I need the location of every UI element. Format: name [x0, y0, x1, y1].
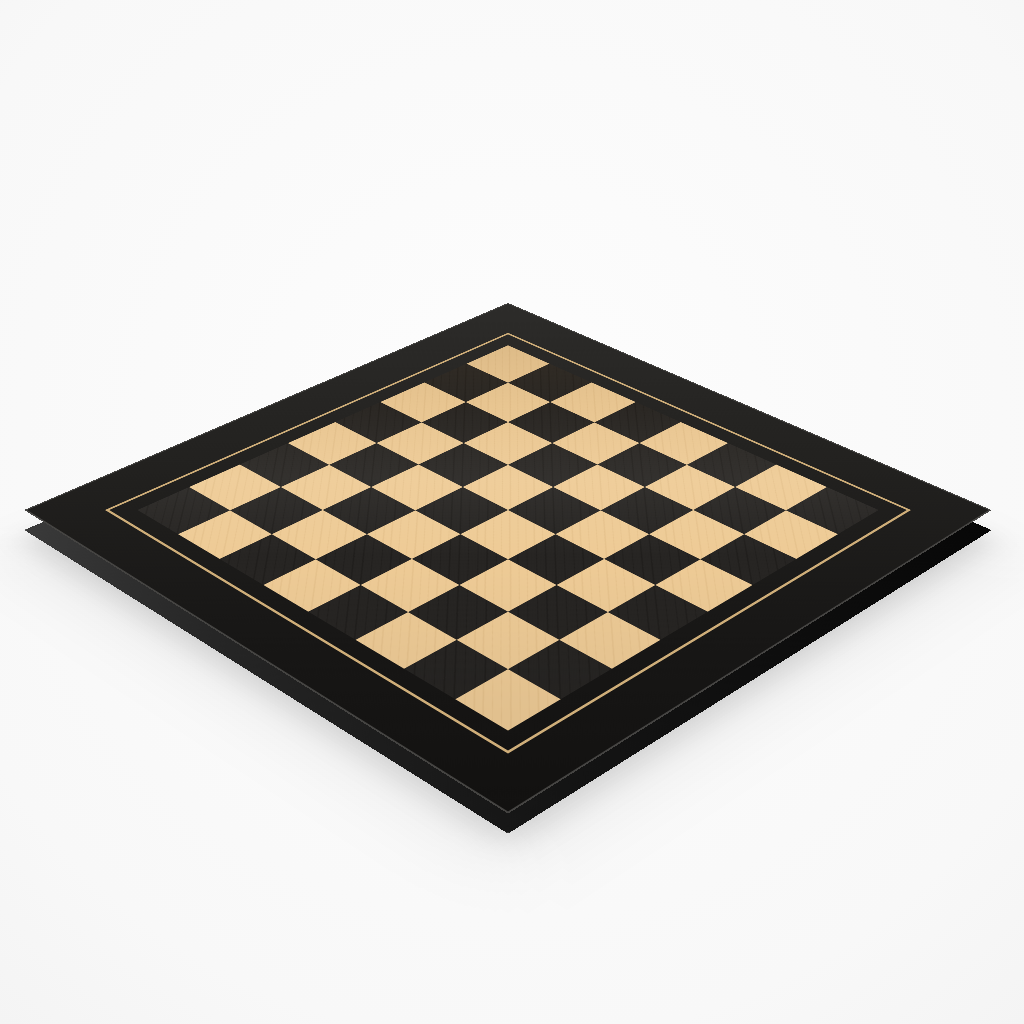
board-layer: [0, 0, 1024, 1024]
board-grid: [137, 345, 878, 730]
maple-stringing-inlay: [105, 333, 911, 754]
chessboard: [24, 303, 991, 814]
product-photo-scene: [0, 0, 1024, 1024]
